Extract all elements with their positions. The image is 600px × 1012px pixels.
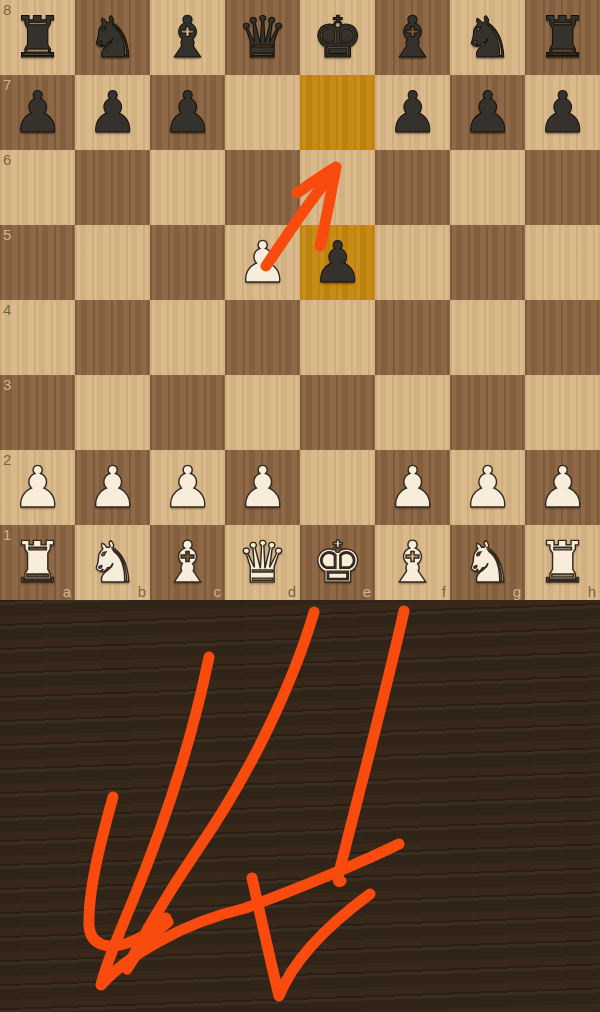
piece-black-pawn[interactable]: ♟ xyxy=(375,75,450,150)
piece-white-rook[interactable]: ♜ xyxy=(525,525,600,600)
square-d4[interactable] xyxy=(225,300,300,375)
square-h7[interactable]: ♟ xyxy=(525,75,600,150)
square-d5[interactable]: ♟ xyxy=(225,225,300,300)
rank-label: 5 xyxy=(3,226,11,243)
piece-white-pawn[interactable]: ♟ xyxy=(225,225,300,300)
square-b1[interactable]: ♞b xyxy=(75,525,150,600)
square-d6[interactable] xyxy=(225,150,300,225)
square-f1[interactable]: ♝f xyxy=(375,525,450,600)
piece-white-bishop[interactable]: ♝ xyxy=(150,525,225,600)
piece-black-pawn[interactable]: ♟ xyxy=(75,75,150,150)
rank-label: 6 xyxy=(3,151,11,168)
rank-label: 4 xyxy=(3,301,11,318)
square-a2[interactable]: ♟2 xyxy=(0,450,75,525)
piece-black-pawn[interactable]: ♟ xyxy=(525,75,600,150)
square-a6[interactable]: 6 xyxy=(0,150,75,225)
square-e8[interactable]: ♚ xyxy=(300,0,375,75)
chess-app-screen: ♜8♞♝♛♚♝♞♜♟7♟♟♟♟♟65♟♟43♟2♟♟♟♟♟♟♜1a♞b♝c♛d♚… xyxy=(0,0,600,1012)
square-f4[interactable] xyxy=(375,300,450,375)
piece-black-pawn[interactable]: ♟ xyxy=(150,75,225,150)
square-c4[interactable] xyxy=(150,300,225,375)
square-h3[interactable] xyxy=(525,375,600,450)
square-b2[interactable]: ♟ xyxy=(75,450,150,525)
square-g7[interactable]: ♟ xyxy=(450,75,525,150)
square-h8[interactable]: ♜ xyxy=(525,0,600,75)
square-e7[interactable] xyxy=(300,75,375,150)
square-c1[interactable]: ♝c xyxy=(150,525,225,600)
piece-black-king[interactable]: ♚ xyxy=(300,0,375,75)
piece-white-queen[interactable]: ♛ xyxy=(225,525,300,600)
square-e2[interactable] xyxy=(300,450,375,525)
square-g5[interactable] xyxy=(450,225,525,300)
square-g1[interactable]: ♞g xyxy=(450,525,525,600)
square-f8[interactable]: ♝ xyxy=(375,0,450,75)
square-f3[interactable] xyxy=(375,375,450,450)
square-h2[interactable]: ♟ xyxy=(525,450,600,525)
piece-black-queen[interactable]: ♛ xyxy=(225,0,300,75)
square-b4[interactable] xyxy=(75,300,150,375)
square-d7[interactable] xyxy=(225,75,300,150)
piece-white-knight[interactable]: ♞ xyxy=(75,525,150,600)
rank-label: 3 xyxy=(3,376,11,393)
piece-white-pawn[interactable]: ♟ xyxy=(225,450,300,525)
square-d2[interactable]: ♟ xyxy=(225,450,300,525)
square-a1[interactable]: ♜1a xyxy=(0,525,75,600)
piece-white-pawn[interactable]: ♟ xyxy=(150,450,225,525)
square-c3[interactable] xyxy=(150,375,225,450)
square-b5[interactable] xyxy=(75,225,150,300)
piece-white-pawn[interactable]: ♟ xyxy=(525,450,600,525)
square-f2[interactable]: ♟ xyxy=(375,450,450,525)
square-g8[interactable]: ♞ xyxy=(450,0,525,75)
square-d8[interactable]: ♛ xyxy=(225,0,300,75)
piece-black-pawn[interactable]: ♟ xyxy=(0,75,75,150)
square-e1[interactable]: ♚e xyxy=(300,525,375,600)
piece-black-rook[interactable]: ♜ xyxy=(0,0,75,75)
piece-black-pawn[interactable]: ♟ xyxy=(450,75,525,150)
square-a5[interactable]: 5 xyxy=(0,225,75,300)
piece-white-pawn[interactable]: ♟ xyxy=(75,450,150,525)
square-a8[interactable]: ♜8 xyxy=(0,0,75,75)
square-g4[interactable] xyxy=(450,300,525,375)
piece-white-bishop[interactable]: ♝ xyxy=(375,525,450,600)
square-f5[interactable] xyxy=(375,225,450,300)
square-h4[interactable] xyxy=(525,300,600,375)
piece-black-bishop[interactable]: ♝ xyxy=(150,0,225,75)
square-h5[interactable] xyxy=(525,225,600,300)
piece-white-pawn[interactable]: ♟ xyxy=(450,450,525,525)
piece-black-pawn[interactable]: ♟ xyxy=(300,225,375,300)
piece-black-knight[interactable]: ♞ xyxy=(450,0,525,75)
square-e4[interactable] xyxy=(300,300,375,375)
square-h6[interactable] xyxy=(525,150,600,225)
piece-black-knight[interactable]: ♞ xyxy=(75,0,150,75)
piece-white-king[interactable]: ♚ xyxy=(300,525,375,600)
piece-white-rook[interactable]: ♜ xyxy=(0,525,75,600)
chess-board: ♜8♞♝♛♚♝♞♜♟7♟♟♟♟♟65♟♟43♟2♟♟♟♟♟♟♜1a♞b♝c♛d♚… xyxy=(0,0,600,600)
piece-black-bishop[interactable]: ♝ xyxy=(375,0,450,75)
square-f6[interactable] xyxy=(375,150,450,225)
square-g6[interactable] xyxy=(450,150,525,225)
square-c8[interactable]: ♝ xyxy=(150,0,225,75)
square-b7[interactable]: ♟ xyxy=(75,75,150,150)
piece-black-rook[interactable]: ♜ xyxy=(525,0,600,75)
piece-white-pawn[interactable]: ♟ xyxy=(0,450,75,525)
square-a4[interactable]: 4 xyxy=(0,300,75,375)
square-a3[interactable]: 3 xyxy=(0,375,75,450)
square-d3[interactable] xyxy=(225,375,300,450)
square-d1[interactable]: ♛d xyxy=(225,525,300,600)
square-c5[interactable] xyxy=(150,225,225,300)
square-e3[interactable] xyxy=(300,375,375,450)
opening-explorer-panel: Scandinavian Defense 3.f481541%22%37%3.♞… xyxy=(0,600,600,1012)
square-c7[interactable]: ♟ xyxy=(150,75,225,150)
square-g3[interactable] xyxy=(450,375,525,450)
piece-white-knight[interactable]: ♞ xyxy=(450,525,525,600)
square-f7[interactable]: ♟ xyxy=(375,75,450,150)
square-h1[interactable]: ♜h xyxy=(525,525,600,600)
square-b6[interactable] xyxy=(75,150,150,225)
square-b8[interactable]: ♞ xyxy=(75,0,150,75)
square-a7[interactable]: ♟7 xyxy=(0,75,75,150)
square-c6[interactable] xyxy=(150,150,225,225)
square-b3[interactable] xyxy=(75,375,150,450)
square-e6[interactable] xyxy=(300,150,375,225)
square-e5[interactable]: ♟ xyxy=(300,225,375,300)
square-c2[interactable]: ♟ xyxy=(150,450,225,525)
square-g2[interactable]: ♟ xyxy=(450,450,525,525)
piece-white-pawn[interactable]: ♟ xyxy=(375,450,450,525)
